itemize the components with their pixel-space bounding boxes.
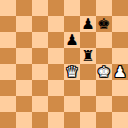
- square-g8[interactable]: [96, 0, 112, 16]
- square-f4[interactable]: [80, 64, 96, 80]
- square-h6[interactable]: [112, 32, 128, 48]
- square-c2[interactable]: [32, 96, 48, 112]
- square-c8[interactable]: [32, 0, 48, 16]
- square-a3[interactable]: [0, 80, 16, 96]
- square-h8[interactable]: [112, 0, 128, 16]
- square-g7[interactable]: ♚: [96, 16, 112, 32]
- square-a7[interactable]: [0, 16, 16, 32]
- piece-white-queen-e4[interactable]: ♛: [65, 64, 78, 80]
- square-d1[interactable]: [48, 112, 64, 128]
- piece-black-king-g7[interactable]: ♚: [97, 16, 110, 32]
- square-f1[interactable]: [80, 112, 96, 128]
- piece-black-rook-f5[interactable]: ♜: [81, 48, 94, 64]
- square-e5[interactable]: [64, 48, 80, 64]
- square-g5[interactable]: [96, 48, 112, 64]
- piece-black-pawn-e6[interactable]: ♟: [65, 32, 78, 48]
- square-h1[interactable]: [112, 112, 128, 128]
- square-g3[interactable]: [96, 80, 112, 96]
- square-h7[interactable]: [112, 16, 128, 32]
- square-a1[interactable]: [0, 112, 16, 128]
- square-c5[interactable]: [32, 48, 48, 64]
- square-e7[interactable]: [64, 16, 80, 32]
- square-a5[interactable]: [0, 48, 16, 64]
- square-b3[interactable]: [16, 80, 32, 96]
- square-h5[interactable]: [112, 48, 128, 64]
- piece-black-pawn-f7[interactable]: ♟: [81, 16, 94, 32]
- square-a2[interactable]: [0, 96, 16, 112]
- square-g2[interactable]: [96, 96, 112, 112]
- square-a4[interactable]: [0, 64, 16, 80]
- square-h4[interactable]: ♟: [112, 64, 128, 80]
- square-f5[interactable]: ♜: [80, 48, 96, 64]
- square-d8[interactable]: [48, 0, 64, 16]
- piece-white-king-g4[interactable]: ♚: [97, 64, 110, 80]
- square-b7[interactable]: [16, 16, 32, 32]
- square-b1[interactable]: [16, 112, 32, 128]
- chess-board: ♟♚♟♜♛♚♟: [0, 0, 128, 128]
- square-c3[interactable]: [32, 80, 48, 96]
- square-b8[interactable]: [16, 0, 32, 16]
- piece-white-pawn-h4[interactable]: ♟: [113, 64, 126, 80]
- square-e1[interactable]: [64, 112, 80, 128]
- square-c6[interactable]: [32, 32, 48, 48]
- square-d2[interactable]: [48, 96, 64, 112]
- square-f7[interactable]: ♟: [80, 16, 96, 32]
- square-d6[interactable]: [48, 32, 64, 48]
- square-a6[interactable]: [0, 32, 16, 48]
- square-c1[interactable]: [32, 112, 48, 128]
- square-g1[interactable]: [96, 112, 112, 128]
- square-g4[interactable]: ♚: [96, 64, 112, 80]
- square-h3[interactable]: [112, 80, 128, 96]
- square-a8[interactable]: [0, 0, 16, 16]
- square-e8[interactable]: [64, 0, 80, 16]
- square-g6[interactable]: [96, 32, 112, 48]
- square-f2[interactable]: [80, 96, 96, 112]
- square-d5[interactable]: [48, 48, 64, 64]
- square-d3[interactable]: [48, 80, 64, 96]
- square-b4[interactable]: [16, 64, 32, 80]
- square-f3[interactable]: [80, 80, 96, 96]
- square-b2[interactable]: [16, 96, 32, 112]
- square-c4[interactable]: [32, 64, 48, 80]
- square-e6[interactable]: ♟: [64, 32, 80, 48]
- square-f8[interactable]: [80, 0, 96, 16]
- square-f6[interactable]: [80, 32, 96, 48]
- square-e2[interactable]: [64, 96, 80, 112]
- square-h2[interactable]: [112, 96, 128, 112]
- square-e4[interactable]: ♛: [64, 64, 80, 80]
- square-d4[interactable]: [48, 64, 64, 80]
- square-b5[interactable]: [16, 48, 32, 64]
- square-c7[interactable]: [32, 16, 48, 32]
- square-b6[interactable]: [16, 32, 32, 48]
- square-e3[interactable]: [64, 80, 80, 96]
- square-d7[interactable]: [48, 16, 64, 32]
